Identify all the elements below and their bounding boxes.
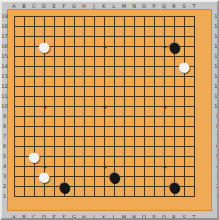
hoshi-Q10: [163, 105, 166, 108]
column-label-top-R: R: [172, 3, 175, 8]
column-label-top-J: J: [93, 3, 94, 8]
row-label-right-13: 13: [214, 74, 219, 79]
row-label-left-16: 16: [1, 44, 7, 49]
column-label-bottom-F: F: [63, 214, 66, 219]
column-label-top-A: A: [12, 3, 15, 8]
row-label-right-10: 10: [214, 104, 219, 109]
column-label-top-D: D: [42, 3, 46, 8]
row-label-left-8: 8: [3, 124, 6, 129]
stone-white-D3[interactable]: ●: [40, 172, 50, 182]
row-label-left-10: 10: [1, 104, 7, 109]
row-label-left-15: 15: [1, 54, 7, 59]
stone-black-R2[interactable]: ●: [170, 182, 180, 192]
column-label-top-N: N: [132, 3, 136, 8]
column-label-bottom-M: M: [122, 214, 126, 219]
row-label-right-8: 8: [216, 124, 219, 129]
row-label-left-18: 18: [1, 24, 7, 29]
column-label-bottom-K: K: [102, 214, 105, 219]
hoshi-K10: [103, 105, 106, 108]
column-label-top-Q: Q: [162, 3, 166, 8]
column-label-top-H: H: [82, 3, 86, 8]
row-label-left-6: 6: [3, 144, 6, 149]
column-label-bottom-T: T: [192, 214, 195, 219]
row-label-right-7: 7: [216, 134, 219, 139]
column-label-top-P: P: [152, 3, 155, 8]
row-label-left-11: 11: [1, 94, 7, 99]
row-label-left-1: 1: [3, 194, 6, 199]
stone-black-L3[interactable]: ●: [110, 172, 120, 182]
hoshi-K4: [103, 165, 106, 168]
column-label-bottom-J: J: [93, 214, 94, 219]
column-label-top-O: O: [142, 3, 146, 8]
column-label-bottom-H: H: [82, 214, 86, 219]
stone-white-D16[interactable]: ●: [40, 42, 50, 52]
hoshi-D10: [43, 105, 46, 108]
column-label-top-K: K: [102, 3, 105, 8]
row-label-right-6: 6: [216, 144, 219, 149]
column-label-bottom-A: A: [12, 214, 15, 219]
column-label-bottom-G: G: [72, 214, 76, 219]
row-label-right-5: 5: [216, 154, 219, 159]
row-label-left-7: 7: [3, 134, 6, 139]
column-label-top-C: C: [32, 3, 36, 8]
column-label-bottom-C: C: [32, 214, 36, 219]
row-label-right-11: 11: [214, 94, 219, 99]
hoshi-Q16: [163, 45, 166, 48]
hoshi-K16: [103, 45, 106, 48]
row-label-right-2: 2: [216, 184, 219, 189]
row-label-right-18: 18: [214, 24, 219, 29]
column-label-bottom-B: B: [22, 214, 25, 219]
column-label-bottom-O: O: [142, 214, 146, 219]
column-label-bottom-D: D: [42, 214, 46, 219]
row-label-right-4: 4: [216, 164, 219, 169]
column-label-bottom-N: N: [132, 214, 136, 219]
row-label-right-1: 1: [216, 194, 219, 199]
column-label-bottom-L: L: [113, 214, 116, 219]
stone-black-R16[interactable]: ●: [170, 42, 180, 52]
row-label-right-19: 19: [214, 14, 219, 19]
row-label-left-12: 12: [1, 84, 7, 89]
hoshi-Q4: [163, 165, 166, 168]
row-label-left-3: 3: [3, 174, 6, 179]
column-label-top-L: L: [113, 3, 116, 8]
column-label-bottom-S: S: [182, 214, 185, 219]
row-label-left-19: 19: [1, 14, 7, 19]
stone-white-C5[interactable]: ●: [30, 152, 40, 162]
row-label-left-5: 5: [3, 154, 6, 159]
column-label-top-F: F: [63, 3, 66, 8]
row-label-left-17: 17: [1, 34, 7, 39]
row-label-right-14: 14: [214, 64, 219, 69]
row-label-left-4: 4: [3, 164, 6, 169]
stone-black-F2[interactable]: ●: [60, 182, 70, 192]
row-label-left-14: 14: [1, 64, 7, 69]
column-label-top-B: B: [22, 3, 25, 8]
row-label-right-16: 16: [214, 44, 219, 49]
row-label-right-17: 17: [214, 34, 219, 39]
column-label-bottom-P: P: [152, 214, 155, 219]
column-label-bottom-E: E: [52, 214, 55, 219]
column-label-top-S: S: [182, 3, 185, 8]
go-board-window: AABBCCDDEEFFGGHHJJKKLLMMNNOOPPQQRRSSTT19…: [0, 0, 219, 220]
column-label-top-E: E: [52, 3, 55, 8]
column-label-bottom-R: R: [172, 214, 175, 219]
row-label-left-9: 9: [3, 114, 6, 119]
row-label-right-12: 12: [214, 84, 219, 89]
row-label-left-13: 13: [1, 74, 7, 79]
row-label-right-15: 15: [214, 54, 219, 59]
column-label-top-G: G: [72, 3, 76, 8]
stone-white-S14[interactable]: ●: [180, 62, 190, 72]
row-label-right-9: 9: [216, 114, 219, 119]
column-label-top-M: M: [122, 3, 126, 8]
row-label-left-2: 2: [3, 184, 6, 189]
row-label-right-3: 3: [216, 174, 219, 179]
column-label-bottom-Q: Q: [162, 214, 166, 219]
column-label-top-T: T: [192, 3, 195, 8]
